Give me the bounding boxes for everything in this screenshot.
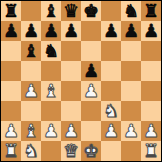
square-h3[interactable] (141, 101, 161, 121)
black-queen[interactable]: ♛ (63, 1, 79, 21)
square-c4[interactable]: ♝ (41, 81, 61, 101)
square-g2[interactable]: ♟ (121, 121, 141, 141)
square-c7[interactable]: ♟ (41, 21, 61, 41)
black-pawn[interactable]: ♟ (23, 21, 39, 41)
square-g7[interactable]: ♟ (121, 21, 141, 41)
square-a2[interactable]: ♟ (1, 121, 21, 141)
square-a4[interactable] (1, 81, 21, 101)
square-e7[interactable] (81, 21, 101, 41)
square-c8[interactable]: ♝ (41, 1, 61, 21)
square-b3[interactable] (21, 101, 41, 121)
square-g3[interactable] (121, 101, 141, 121)
black-pawn[interactable]: ♟ (123, 21, 139, 41)
square-a7[interactable]: ♟ (1, 21, 21, 41)
square-e8[interactable]: ♚ (81, 1, 101, 21)
white-pawn[interactable]: ♟ (3, 121, 19, 141)
square-d3[interactable] (61, 101, 81, 121)
square-h2[interactable]: ♟ (141, 121, 161, 141)
white-bishop[interactable]: ♝ (43, 81, 59, 101)
square-c3[interactable] (41, 101, 61, 121)
square-g5[interactable] (121, 61, 141, 81)
square-a3[interactable] (1, 101, 21, 121)
square-h5[interactable] (141, 61, 161, 81)
square-h1[interactable]: ♜ (141, 141, 161, 161)
square-d5[interactable] (61, 61, 81, 81)
white-rook[interactable]: ♜ (143, 141, 159, 161)
black-rook[interactable]: ♜ (3, 1, 19, 21)
black-pawn[interactable]: ♟ (143, 21, 159, 41)
square-d4[interactable] (61, 81, 81, 101)
square-f3[interactable]: ♞ (101, 101, 121, 121)
black-bishop[interactable]: ♝ (43, 1, 59, 21)
white-bishop[interactable]: ♝ (23, 121, 39, 141)
black-pawn[interactable]: ♟ (3, 21, 19, 41)
black-pawn[interactable]: ♟ (63, 21, 79, 41)
square-b2[interactable]: ♝ (21, 121, 41, 141)
square-a1[interactable]: ♜ (1, 141, 21, 161)
black-knight[interactable]: ♞ (123, 1, 139, 21)
black-pawn[interactable]: ♟ (103, 21, 119, 41)
black-pawn[interactable]: ♟ (43, 21, 59, 41)
square-f6[interactable] (101, 41, 121, 61)
white-pawn[interactable]: ♟ (43, 121, 59, 141)
white-knight[interactable]: ♞ (23, 141, 39, 161)
square-b8[interactable] (21, 1, 41, 21)
square-d2[interactable]: ♟ (61, 121, 81, 141)
square-f7[interactable]: ♟ (101, 21, 121, 41)
square-f2[interactable]: ♟ (101, 121, 121, 141)
square-b1[interactable]: ♞ (21, 141, 41, 161)
black-knight[interactable]: ♞ (43, 41, 59, 61)
square-a8[interactable]: ♜ (1, 1, 21, 21)
square-h8[interactable]: ♜ (141, 1, 161, 21)
chess-board: ♜♝♛♚♞♜♟♟♟♟♟♟♟♝♞♟♟♝♟♞♟♝♟♟♟♟♟♜♞♛♚♜ (0, 0, 162, 162)
square-f4[interactable] (101, 81, 121, 101)
square-g1[interactable] (121, 141, 141, 161)
square-e6[interactable] (81, 41, 101, 61)
square-h6[interactable] (141, 41, 161, 61)
square-d1[interactable]: ♛ (61, 141, 81, 161)
white-pawn[interactable]: ♟ (23, 81, 39, 101)
white-knight[interactable]: ♞ (103, 101, 119, 121)
square-f1[interactable] (101, 141, 121, 161)
square-h7[interactable]: ♟ (141, 21, 161, 41)
white-queen[interactable]: ♛ (63, 141, 79, 161)
square-d8[interactable]: ♛ (61, 1, 81, 21)
square-b6[interactable]: ♝ (21, 41, 41, 61)
square-e4[interactable]: ♟ (81, 81, 101, 101)
square-c1[interactable] (41, 141, 61, 161)
square-a6[interactable] (1, 41, 21, 61)
white-pawn[interactable]: ♟ (143, 121, 159, 141)
square-d7[interactable]: ♟ (61, 21, 81, 41)
square-e5[interactable]: ♟ (81, 61, 101, 81)
square-g8[interactable]: ♞ (121, 1, 141, 21)
black-bishop[interactable]: ♝ (23, 41, 39, 61)
black-rook[interactable]: ♜ (143, 1, 159, 21)
square-e3[interactable] (81, 101, 101, 121)
square-h4[interactable] (141, 81, 161, 101)
square-g6[interactable] (121, 41, 141, 61)
square-a5[interactable] (1, 61, 21, 81)
black-pawn[interactable]: ♟ (83, 61, 99, 81)
square-c2[interactable]: ♟ (41, 121, 61, 141)
square-f8[interactable] (101, 1, 121, 21)
white-pawn[interactable]: ♟ (103, 121, 119, 141)
square-b7[interactable]: ♟ (21, 21, 41, 41)
square-b4[interactable]: ♟ (21, 81, 41, 101)
white-king[interactable]: ♚ (83, 141, 99, 161)
square-d6[interactable] (61, 41, 81, 61)
square-c6[interactable]: ♞ (41, 41, 61, 61)
white-pawn[interactable]: ♟ (83, 81, 99, 101)
square-e1[interactable]: ♚ (81, 141, 101, 161)
square-e2[interactable] (81, 121, 101, 141)
white-rook[interactable]: ♜ (3, 141, 19, 161)
black-king[interactable]: ♚ (83, 1, 99, 21)
square-b5[interactable] (21, 61, 41, 81)
white-pawn[interactable]: ♟ (63, 121, 79, 141)
white-pawn[interactable]: ♟ (123, 121, 139, 141)
square-f5[interactable] (101, 61, 121, 81)
square-g4[interactable] (121, 81, 141, 101)
square-c5[interactable] (41, 61, 61, 81)
